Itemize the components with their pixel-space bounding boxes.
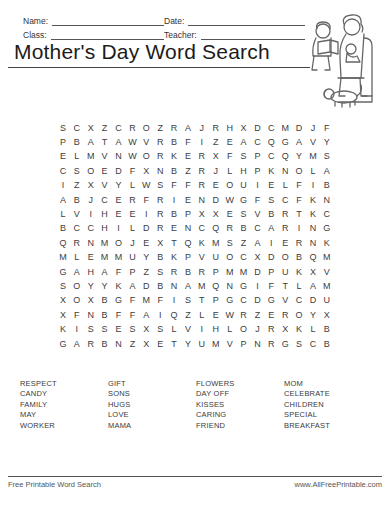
grid-cell[interactable]: I <box>195 135 209 149</box>
grid-cell[interactable]: Y <box>181 337 195 351</box>
grid-cell[interactable]: U <box>125 251 139 265</box>
grid-cell[interactable]: L <box>306 164 320 178</box>
grid-cell[interactable]: C <box>250 222 264 236</box>
grid-cell[interactable]: A <box>237 135 251 149</box>
grid-cell[interactable]: I <box>139 207 153 221</box>
grid-cell[interactable]: G <box>56 337 70 351</box>
grid-cell[interactable]: F <box>181 179 195 193</box>
grid-cell[interactable]: E <box>167 222 181 236</box>
grid-cell[interactable]: G <box>264 294 278 308</box>
grid-cell[interactable]: E <box>112 193 126 207</box>
grid-cell[interactable]: X <box>84 179 98 193</box>
grid-cell[interactable]: B <box>320 322 334 336</box>
grid-cell[interactable]: W <box>223 193 237 207</box>
grid-cell[interactable]: B <box>70 193 84 207</box>
grid-cell[interactable]: R <box>264 322 278 336</box>
grid-cell[interactable]: D <box>264 251 278 265</box>
grid-cell[interactable]: I <box>292 222 306 236</box>
grid-cell[interactable]: F <box>264 279 278 293</box>
grid-cell[interactable]: P <box>237 337 251 351</box>
grid-cell[interactable]: J <box>195 121 209 135</box>
grid-cell[interactable]: N <box>195 193 209 207</box>
grid-cell[interactable]: O <box>237 322 251 336</box>
grid-cell[interactable]: D <box>250 265 264 279</box>
grid-cell[interactable]: D <box>250 294 264 308</box>
grid-cell[interactable]: N <box>306 222 320 236</box>
grid-cell[interactable]: S <box>70 164 84 178</box>
grid-cell[interactable]: P <box>56 135 70 149</box>
grid-cell[interactable]: I <box>153 308 167 322</box>
grid-cell[interactable]: N <box>320 193 334 207</box>
grid-cell[interactable]: K <box>306 193 320 207</box>
grid-cell[interactable]: C <box>98 193 112 207</box>
grid-cell[interactable]: S <box>153 265 167 279</box>
grid-cell[interactable]: C <box>237 251 251 265</box>
grid-cell[interactable]: B <box>98 308 112 322</box>
grid-cell[interactable]: E <box>209 179 223 193</box>
grid-cell[interactable]: L <box>223 164 237 178</box>
grid-cell[interactable]: C <box>112 121 126 135</box>
grid-cell[interactable]: M <box>84 150 98 164</box>
grid-cell[interactable]: E <box>223 207 237 221</box>
grid-cell[interactable]: N <box>84 308 98 322</box>
grid-cell[interactable]: X <box>209 150 223 164</box>
grid-cell[interactable]: A <box>320 164 334 178</box>
grid-cell[interactable]: V <box>195 251 209 265</box>
grid-cell[interactable]: D <box>209 193 223 207</box>
grid-cell[interactable]: W <box>139 179 153 193</box>
grid-cell[interactable]: K <box>195 236 209 250</box>
grid-cell[interactable]: C <box>320 207 334 221</box>
grid-cell[interactable]: A <box>125 279 139 293</box>
grid-cell[interactable]: Y <box>306 308 320 322</box>
grid-cell[interactable]: N <box>84 236 98 250</box>
grid-cell[interactable]: M <box>139 294 153 308</box>
grid-cell[interactable]: Q <box>181 236 195 250</box>
grid-cell[interactable]: Y <box>292 150 306 164</box>
grid-cell[interactable]: O <box>112 236 126 250</box>
grid-cell[interactable]: X <box>237 121 251 135</box>
grid-cell[interactable]: R <box>84 337 98 351</box>
grid-cell[interactable]: J <box>125 236 139 250</box>
grid-cell[interactable]: H <box>209 322 223 336</box>
grid-cell[interactable]: Z <box>250 308 264 322</box>
grid-cell[interactable]: R <box>125 121 139 135</box>
grid-cell[interactable]: B <box>98 294 112 308</box>
grid-cell[interactable]: C <box>264 121 278 135</box>
grid-cell[interactable]: V <box>139 135 153 149</box>
grid-cell[interactable]: U <box>320 294 334 308</box>
grid-cell[interactable]: Y <box>139 251 153 265</box>
grid-cell[interactable]: G <box>320 222 334 236</box>
grid-cell[interactable]: O <box>278 251 292 265</box>
grid-cell[interactable]: V <box>320 265 334 279</box>
grid-cell[interactable]: V <box>98 179 112 193</box>
grid-cell[interactable]: S <box>237 207 251 221</box>
grid-cell[interactable]: I <box>195 322 209 336</box>
grid-cell[interactable]: P <box>264 265 278 279</box>
grid-cell[interactable]: L <box>56 207 70 221</box>
grid-cell[interactable]: S <box>84 322 98 336</box>
grid-cell[interactable]: D <box>306 294 320 308</box>
grid-cell[interactable]: L <box>70 251 84 265</box>
grid-cell[interactable]: D <box>250 121 264 135</box>
grid-cell[interactable]: O <box>70 279 84 293</box>
grid-cell[interactable]: N <box>278 164 292 178</box>
grid-cell[interactable]: E <box>264 308 278 322</box>
grid-cell[interactable]: R <box>70 236 84 250</box>
grid-cell[interactable]: V <box>70 207 84 221</box>
grid-cell[interactable]: C <box>70 121 84 135</box>
grid-cell[interactable]: B <box>56 222 70 236</box>
grid-cell[interactable]: K <box>167 150 181 164</box>
grid-cell[interactable]: A <box>70 265 84 279</box>
grid-cell[interactable]: X <box>56 308 70 322</box>
grid-cell[interactable]: M <box>209 236 223 250</box>
grid-cell[interactable]: X <box>195 207 209 221</box>
grid-cell[interactable]: Z <box>181 308 195 322</box>
grid-cell[interactable]: G <box>112 294 126 308</box>
grid-cell[interactable]: R <box>195 164 209 178</box>
grid-cell[interactable]: L <box>306 322 320 336</box>
grid-cell[interactable]: F <box>125 308 139 322</box>
grid-cell[interactable]: F <box>320 121 334 135</box>
grid-cell[interactable]: E <box>84 251 98 265</box>
grid-cell[interactable]: S <box>153 179 167 193</box>
grid-cell[interactable]: I <box>84 207 98 221</box>
grid-cell[interactable]: R <box>167 265 181 279</box>
grid-cell[interactable]: O <box>292 164 306 178</box>
grid-cell[interactable]: E <box>223 135 237 149</box>
grid-cell[interactable]: R <box>278 222 292 236</box>
grid-cell[interactable]: D <box>112 164 126 178</box>
grid-cell[interactable]: S <box>320 150 334 164</box>
grid-cell[interactable]: V <box>181 322 195 336</box>
grid-cell[interactable]: E <box>112 322 126 336</box>
grid-cell[interactable]: L <box>278 179 292 193</box>
grid-cell[interactable]: A <box>292 135 306 149</box>
grid-cell[interactable]: E <box>264 179 278 193</box>
grid-cell[interactable]: L <box>125 179 139 193</box>
grid-cell[interactable]: B <box>320 179 334 193</box>
grid-cell[interactable]: N <box>250 337 264 351</box>
grid-cell[interactable]: P <box>250 164 264 178</box>
grid-cell[interactable]: E <box>181 150 195 164</box>
grid-cell[interactable]: K <box>292 265 306 279</box>
grid-cell[interactable]: I <box>250 179 264 193</box>
grid-cell[interactable]: T <box>167 236 181 250</box>
grid-cell[interactable]: F <box>292 179 306 193</box>
grid-cell[interactable]: M <box>209 337 223 351</box>
grid-cell[interactable]: L <box>223 322 237 336</box>
grid-cell[interactable]: X <box>306 265 320 279</box>
grid-cell[interactable]: U <box>195 337 209 351</box>
grid-cell[interactable]: W <box>125 135 139 149</box>
grid-cell[interactable]: M <box>306 150 320 164</box>
grid-cell[interactable]: F <box>167 179 181 193</box>
grid-cell[interactable]: H <box>237 164 251 178</box>
grid-cell[interactable]: H <box>223 121 237 135</box>
grid-cell[interactable]: Z <box>125 337 139 351</box>
grid-cell[interactable]: Q <box>209 279 223 293</box>
grid-cell[interactable]: V <box>306 135 320 149</box>
grid-cell[interactable]: O <box>223 179 237 193</box>
grid-cell[interactable]: X <box>139 337 153 351</box>
grid-cell[interactable]: F <box>112 308 126 322</box>
grid-cell[interactable]: S <box>264 193 278 207</box>
grid-cell[interactable]: Y <box>84 279 98 293</box>
grid-cell[interactable]: Z <box>70 179 84 193</box>
grid-cell[interactable]: A <box>306 279 320 293</box>
grid-cell[interactable]: I <box>264 236 278 250</box>
grid-cell[interactable]: E <box>125 207 139 221</box>
grid-cell[interactable]: C <box>237 294 251 308</box>
grid-cell[interactable]: I <box>167 193 181 207</box>
grid-cell[interactable]: U <box>278 265 292 279</box>
grid-cell[interactable]: J <box>84 193 98 207</box>
grid-cell[interactable]: X <box>84 121 98 135</box>
grid-cell[interactable]: U <box>209 251 223 265</box>
grid-cell[interactable]: L <box>70 150 84 164</box>
grid-cell[interactable]: K <box>264 164 278 178</box>
grid-cell[interactable]: I <box>306 179 320 193</box>
grid-cell[interactable]: A <box>181 279 195 293</box>
grid-cell[interactable]: Z <box>153 121 167 135</box>
grid-cell[interactable]: Z <box>209 135 223 149</box>
grid-cell[interactable]: B <box>167 164 181 178</box>
grid-cell[interactable]: I <box>250 279 264 293</box>
grid-cell[interactable]: I <box>112 222 126 236</box>
grid-cell[interactable]: E <box>153 337 167 351</box>
grid-cell[interactable]: C <box>292 294 306 308</box>
grid-cell[interactable]: B <box>237 222 251 236</box>
grid-cell[interactable]: N <box>112 337 126 351</box>
grid-cell[interactable]: G <box>237 193 251 207</box>
grid-cell[interactable]: C <box>56 164 70 178</box>
grid-cell[interactable]: S <box>125 322 139 336</box>
grid-cell[interactable]: A <box>139 308 153 322</box>
grid-cell[interactable]: R <box>153 193 167 207</box>
grid-cell[interactable]: V <box>98 150 112 164</box>
grid-cell[interactable]: O <box>292 308 306 322</box>
grid-cell[interactable]: N <box>167 279 181 293</box>
grid-cell[interactable]: B <box>98 337 112 351</box>
grid-cell[interactable]: T <box>292 207 306 221</box>
grid-cell[interactable]: B <box>153 251 167 265</box>
grid-cell[interactable]: Z <box>237 236 251 250</box>
grid-cell[interactable]: R <box>195 150 209 164</box>
grid-cell[interactable]: I <box>70 322 84 336</box>
grid-cell[interactable]: L <box>195 308 209 322</box>
grid-cell[interactable]: X <box>250 251 264 265</box>
grid-cell[interactable]: Q <box>278 150 292 164</box>
grid-cell[interactable]: N <box>306 236 320 250</box>
grid-cell[interactable]: T <box>278 279 292 293</box>
grid-cell[interactable]: F <box>153 294 167 308</box>
grid-cell[interactable]: J <box>209 164 223 178</box>
grid-cell[interactable]: C <box>84 222 98 236</box>
grid-cell[interactable]: H <box>98 207 112 221</box>
grid-cell[interactable]: M <box>320 279 334 293</box>
grid-cell[interactable]: E <box>278 236 292 250</box>
grid-cell[interactable]: P <box>181 207 195 221</box>
grid-cell[interactable]: Q <box>56 236 70 250</box>
grid-cell[interactable]: Q <box>264 135 278 149</box>
grid-cell[interactable]: N <box>153 164 167 178</box>
grid-cell[interactable]: G <box>223 294 237 308</box>
grid-cell[interactable]: B <box>153 279 167 293</box>
grid-cell[interactable]: T <box>98 135 112 149</box>
grid-cell[interactable]: V <box>223 337 237 351</box>
grid-cell[interactable]: U <box>237 179 251 193</box>
grid-cell[interactable]: M <box>223 265 237 279</box>
grid-cell[interactable]: G <box>278 337 292 351</box>
grid-cell[interactable]: C <box>195 222 209 236</box>
grid-cell[interactable]: X <box>56 294 70 308</box>
grid-cell[interactable]: S <box>292 337 306 351</box>
grid-cell[interactable]: B <box>292 251 306 265</box>
grid-cell[interactable]: W <box>223 308 237 322</box>
grid-cell[interactable]: C <box>264 150 278 164</box>
grid-cell[interactable]: G <box>278 135 292 149</box>
grid-cell[interactable]: M <box>195 279 209 293</box>
grid-cell[interactable]: V <box>278 294 292 308</box>
grid-cell[interactable]: G <box>237 279 251 293</box>
grid-cell[interactable]: P <box>125 265 139 279</box>
grid-cell[interactable]: F <box>125 294 139 308</box>
grid-cell[interactable]: K <box>306 207 320 221</box>
grid-cell[interactable]: R <box>278 207 292 221</box>
grid-cell[interactable]: X <box>139 164 153 178</box>
grid-cell[interactable]: R <box>237 308 251 322</box>
grid-cell[interactable]: D <box>139 222 153 236</box>
grid-cell[interactable]: R <box>195 265 209 279</box>
grid-cell[interactable]: F <box>70 308 84 322</box>
grid-cell[interactable]: C <box>306 337 320 351</box>
grid-cell[interactable]: X <box>139 322 153 336</box>
grid-cell[interactable]: A <box>250 236 264 250</box>
grid-cell[interactable]: R <box>153 222 167 236</box>
grid-cell[interactable]: Y <box>112 179 126 193</box>
grid-cell[interactable]: O <box>139 150 153 164</box>
grid-cell[interactable]: L <box>292 279 306 293</box>
grid-cell[interactable]: X <box>320 308 334 322</box>
grid-cell[interactable]: S <box>56 121 70 135</box>
grid-cell[interactable]: N <box>112 150 126 164</box>
grid-cell[interactable]: B <box>320 337 334 351</box>
grid-cell[interactable]: K <box>167 251 181 265</box>
grid-cell[interactable]: C <box>278 193 292 207</box>
grid-cell[interactable]: G <box>56 265 70 279</box>
grid-cell[interactable]: Q <box>209 222 223 236</box>
grid-cell[interactable]: X <box>278 322 292 336</box>
grid-cell[interactable]: V <box>250 207 264 221</box>
grid-cell[interactable]: X <box>209 207 223 221</box>
grid-cell[interactable]: J <box>250 322 264 336</box>
grid-cell[interactable]: D <box>292 121 306 135</box>
grid-cell[interactable]: S <box>181 294 195 308</box>
grid-cell[interactable]: M <box>98 251 112 265</box>
grid-cell[interactable]: F <box>181 135 195 149</box>
grid-cell[interactable]: O <box>139 121 153 135</box>
grid-cell[interactable]: S <box>98 322 112 336</box>
grid-cell[interactable]: P <box>209 265 223 279</box>
grid-cell[interactable]: P <box>181 251 195 265</box>
grid-cell[interactable]: N <box>223 279 237 293</box>
grid-cell[interactable]: E <box>181 193 195 207</box>
grid-cell[interactable]: Z <box>98 121 112 135</box>
grid-cell[interactable]: J <box>306 121 320 135</box>
grid-cell[interactable]: C <box>70 222 84 236</box>
grid-cell[interactable]: E <box>98 164 112 178</box>
grid-cell[interactable]: R <box>292 236 306 250</box>
grid-cell[interactable]: K <box>320 236 334 250</box>
grid-cell[interactable]: A <box>181 121 195 135</box>
grid-cell[interactable]: Y <box>320 135 334 149</box>
grid-cell[interactable]: F <box>250 193 264 207</box>
grid-cell[interactable]: I <box>56 179 70 193</box>
grid-cell[interactable]: L <box>125 222 139 236</box>
grid-cell[interactable]: E <box>112 207 126 221</box>
grid-cell[interactable]: F <box>139 193 153 207</box>
grid-cell[interactable]: D <box>139 279 153 293</box>
grid-cell[interactable]: A <box>264 222 278 236</box>
grid-cell[interactable]: A <box>84 135 98 149</box>
grid-cell[interactable]: T <box>167 337 181 351</box>
grid-cell[interactable]: F <box>125 164 139 178</box>
grid-cell[interactable]: M <box>98 236 112 250</box>
grid-cell[interactable]: O <box>70 294 84 308</box>
grid-cell[interactable]: M <box>278 121 292 135</box>
grid-cell[interactable]: C <box>250 135 264 149</box>
grid-cell[interactable]: R <box>125 193 139 207</box>
grid-cell[interactable]: E <box>139 236 153 250</box>
grid-cell[interactable]: M <box>320 251 334 265</box>
grid-cell[interactable]: K <box>112 279 126 293</box>
grid-cell[interactable]: E <box>56 150 70 164</box>
grid-cell[interactable]: A <box>56 193 70 207</box>
grid-cell[interactable]: F <box>112 265 126 279</box>
grid-cell[interactable]: R <box>153 150 167 164</box>
grid-cell[interactable]: T <box>195 294 209 308</box>
grid-cell[interactable]: H <box>98 222 112 236</box>
grid-cell[interactable]: Z <box>139 265 153 279</box>
grid-cell[interactable]: M <box>56 251 70 265</box>
grid-cell[interactable]: I <box>167 294 181 308</box>
grid-cell[interactable]: X <box>153 236 167 250</box>
footer-site-link[interactable]: www.AllFreePrintable.com <box>294 480 382 489</box>
grid-cell[interactable]: X <box>84 294 98 308</box>
grid-cell[interactable]: Y <box>98 279 112 293</box>
grid-cell[interactable]: S <box>56 279 70 293</box>
grid-cell[interactable]: O <box>84 164 98 178</box>
grid-cell[interactable]: R <box>264 337 278 351</box>
grid-cell[interactable]: K <box>292 322 306 336</box>
grid-cell[interactable]: S <box>223 236 237 250</box>
grid-cell[interactable]: L <box>167 322 181 336</box>
grid-cell[interactable]: B <box>181 265 195 279</box>
grid-cell[interactable]: R <box>278 308 292 322</box>
grid-cell[interactable]: R <box>209 121 223 135</box>
grid-cell[interactable]: R <box>153 135 167 149</box>
grid-cell[interactable]: R <box>195 179 209 193</box>
grid-cell[interactable]: P <box>250 150 264 164</box>
grid-cell[interactable]: M <box>112 251 126 265</box>
grid-cell[interactable]: A <box>112 135 126 149</box>
grid-cell[interactable]: R <box>153 207 167 221</box>
grid-cell[interactable]: N <box>181 222 195 236</box>
grid-cell[interactable]: R <box>223 222 237 236</box>
